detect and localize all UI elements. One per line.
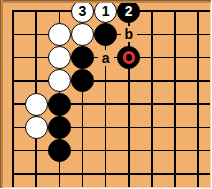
point-label-a: a	[98, 50, 114, 66]
go-stone-white-3: 3	[71, 0, 94, 23]
image-edge-bottom	[0, 187, 211, 189]
go-stone-black	[71, 46, 94, 69]
grid-line-vertical	[197, 10, 199, 188]
go-stone-white	[48, 23, 71, 46]
go-board-diagram: ba 312	[0, 0, 211, 188]
image-edge-right	[210, 0, 212, 188]
go-stone-black	[48, 116, 71, 139]
go-stone-white-1: 1	[94, 0, 117, 23]
go-stone-white	[48, 69, 71, 92]
stone-number-label: 2	[125, 3, 133, 19]
grid-line-vertical	[174, 10, 176, 188]
go-stone-white	[48, 46, 71, 69]
go-stone-black	[117, 46, 140, 69]
stone-number-label: 3	[79, 3, 87, 19]
go-stone-white	[25, 116, 48, 139]
circle-marker-icon	[123, 51, 136, 64]
grid-line-vertical	[151, 10, 153, 188]
go-stone-black	[48, 139, 71, 162]
board-frame-left	[0, 0, 3, 188]
go-stone-black	[71, 69, 94, 92]
point-label-b: b	[121, 26, 137, 42]
board-edge-line-left	[12, 10, 14, 188]
stone-number-label: 1	[102, 3, 110, 19]
go-stone-black	[94, 23, 117, 46]
go-stone-white	[71, 23, 94, 46]
board-frame-top	[0, 0, 211, 3]
go-stone-white	[25, 93, 48, 116]
grid-line-horizontal	[12, 173, 211, 175]
go-stone-black	[48, 93, 71, 116]
grid-line-horizontal	[12, 150, 211, 152]
grid-line-horizontal	[12, 80, 211, 82]
go-stone-black-2: 2	[117, 0, 140, 23]
